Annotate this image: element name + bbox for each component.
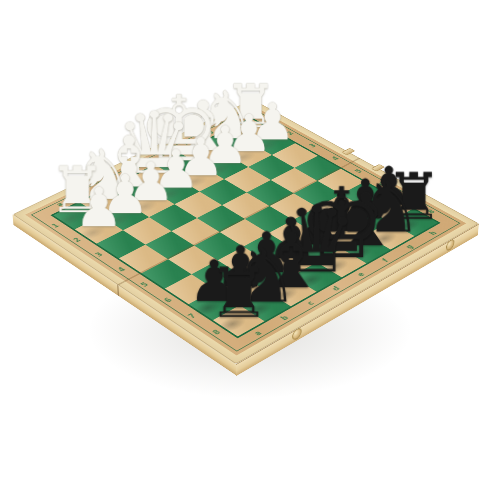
white-pawn-glyph: ♟: [74, 181, 123, 235]
chess-board: aabbccddeeffgghh1122334455667788 ♜♞♝♛♚♝♞…: [13, 99, 479, 364]
chess-set-photo: aabbccddeeffgghh1122334455667788 ♜♞♝♛♚♝♞…: [0, 0, 490, 490]
scene-3d: aabbccddeeffgghh1122334455667788 ♜♞♝♛♚♝♞…: [0, 0, 490, 490]
box-fold-seam-edge: [117, 285, 119, 297]
black-rook-glyph: ♜: [208, 259, 270, 328]
